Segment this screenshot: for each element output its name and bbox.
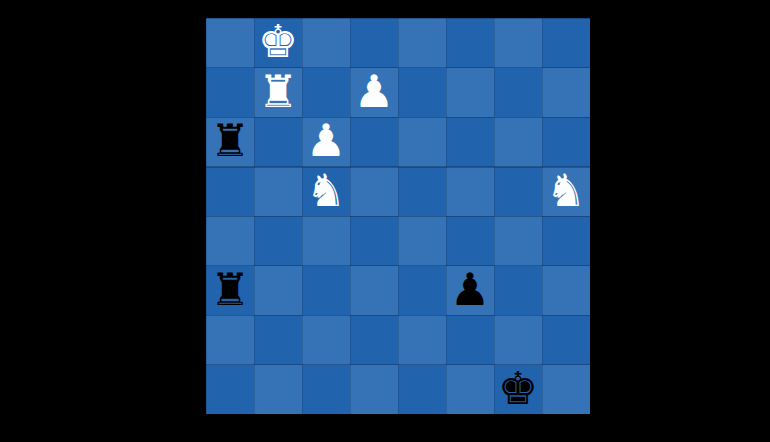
square-e2[interactable]	[398, 315, 446, 365]
piece-white-knight-h5[interactable]: ♞	[546, 166, 586, 216]
square-d6[interactable]	[350, 117, 398, 167]
square-a6[interactable]: ♜	[206, 117, 254, 167]
square-c6[interactable]: ♟	[302, 117, 350, 167]
square-h8[interactable]	[542, 18, 590, 68]
square-c2[interactable]	[302, 315, 350, 365]
square-h2[interactable]	[542, 315, 590, 365]
square-e7[interactable]	[398, 68, 446, 118]
piece-white-pawn-d7[interactable]: ♟	[354, 67, 394, 117]
square-c4[interactable]	[302, 216, 350, 266]
square-c1[interactable]	[302, 365, 350, 415]
square-g5[interactable]	[494, 167, 542, 217]
chess-board: ♚♜♟♜♟♞♞♜♟♚	[206, 18, 590, 414]
square-f5[interactable]	[446, 167, 494, 217]
square-f6[interactable]	[446, 117, 494, 167]
square-a2[interactable]	[206, 315, 254, 365]
square-b1[interactable]	[254, 365, 302, 415]
square-a1[interactable]	[206, 365, 254, 415]
square-g6[interactable]	[494, 117, 542, 167]
square-b2[interactable]	[254, 315, 302, 365]
square-h7[interactable]	[542, 68, 590, 118]
square-d8[interactable]	[350, 18, 398, 68]
square-c7[interactable]	[302, 68, 350, 118]
piece-white-knight-c5[interactable]: ♞	[306, 166, 346, 216]
square-g2[interactable]	[494, 315, 542, 365]
square-e6[interactable]	[398, 117, 446, 167]
square-e1[interactable]	[398, 365, 446, 415]
square-g7[interactable]	[494, 68, 542, 118]
square-e4[interactable]	[398, 216, 446, 266]
square-b3[interactable]	[254, 266, 302, 316]
square-b5[interactable]	[254, 167, 302, 217]
piece-black-rook-a3[interactable]: ♜	[210, 265, 250, 315]
page-background: ♚♜♟♜♟♞♞♜♟♚	[0, 0, 770, 442]
square-g1[interactable]: ♚	[494, 365, 542, 415]
square-b7[interactable]: ♜	[254, 68, 302, 118]
square-d5[interactable]	[350, 167, 398, 217]
square-e3[interactable]	[398, 266, 446, 316]
square-h3[interactable]	[542, 266, 590, 316]
square-c5[interactable]: ♞	[302, 167, 350, 217]
square-b8[interactable]: ♚	[254, 18, 302, 68]
piece-black-king-g1[interactable]: ♚	[498, 364, 538, 414]
square-f4[interactable]	[446, 216, 494, 266]
square-d7[interactable]: ♟	[350, 68, 398, 118]
square-a8[interactable]	[206, 18, 254, 68]
square-h6[interactable]	[542, 117, 590, 167]
square-d3[interactable]	[350, 266, 398, 316]
square-d4[interactable]	[350, 216, 398, 266]
square-d2[interactable]	[350, 315, 398, 365]
square-a4[interactable]	[206, 216, 254, 266]
square-f7[interactable]	[446, 68, 494, 118]
square-c3[interactable]	[302, 266, 350, 316]
square-f1[interactable]	[446, 365, 494, 415]
piece-black-rook-a6[interactable]: ♜	[210, 116, 250, 166]
piece-white-king-b8[interactable]: ♚	[258, 17, 298, 67]
square-h5[interactable]: ♞	[542, 167, 590, 217]
square-h1[interactable]	[542, 365, 590, 415]
square-f8[interactable]	[446, 18, 494, 68]
square-g8[interactable]	[494, 18, 542, 68]
piece-black-pawn-f3[interactable]: ♟	[450, 265, 490, 315]
square-h4[interactable]	[542, 216, 590, 266]
square-b6[interactable]	[254, 117, 302, 167]
square-e8[interactable]	[398, 18, 446, 68]
square-f3[interactable]: ♟	[446, 266, 494, 316]
square-e5[interactable]	[398, 167, 446, 217]
square-a7[interactable]	[206, 68, 254, 118]
square-g3[interactable]	[494, 266, 542, 316]
square-d1[interactable]	[350, 365, 398, 415]
piece-white-pawn-c6[interactable]: ♟	[306, 116, 346, 166]
square-g4[interactable]	[494, 216, 542, 266]
square-b4[interactable]	[254, 216, 302, 266]
piece-white-rook-b7[interactable]: ♜	[258, 67, 298, 117]
square-c8[interactable]	[302, 18, 350, 68]
square-a3[interactable]: ♜	[206, 266, 254, 316]
square-a5[interactable]	[206, 167, 254, 217]
square-f2[interactable]	[446, 315, 494, 365]
